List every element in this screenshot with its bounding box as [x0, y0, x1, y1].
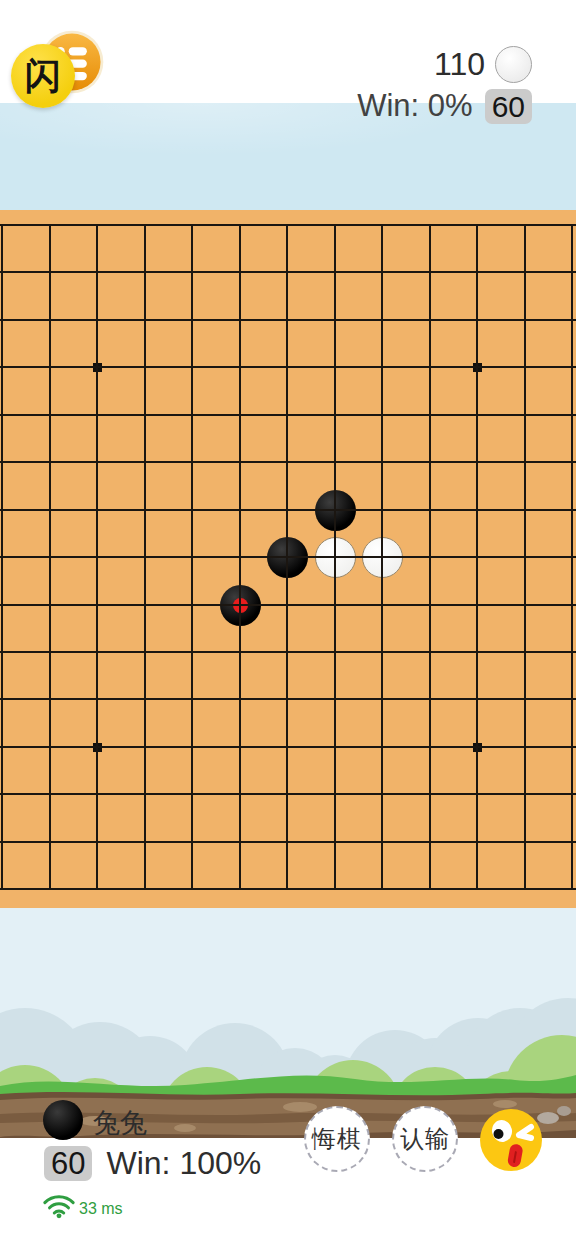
opponent-number: 110 — [434, 46, 485, 83]
board-lines — [0, 224, 576, 890]
emote-button[interactable] — [479, 1108, 543, 1172]
network-status: 33 ms — [42, 1190, 123, 1219]
resign-label: 认输 — [400, 1123, 450, 1155]
opponent-info: 110 Win: 0% 60 — [357, 46, 532, 124]
player-stats: 60 Win: 100% — [44, 1145, 261, 1182]
undo-label: 悔棋 — [312, 1123, 362, 1155]
player-win-rate: Win: 100% — [106, 1145, 261, 1182]
scenery-landscape — [0, 908, 576, 1138]
opponent-win-rate: Win: 0% — [357, 88, 472, 124]
undo-button[interactable]: 悔棋 — [304, 1106, 370, 1172]
flash-app-button[interactable]: 闪 — [11, 44, 75, 108]
player-black-stone-avatar — [43, 1100, 83, 1140]
resign-button[interactable]: 认输 — [392, 1106, 458, 1172]
flash-glyph: 闪 — [25, 52, 61, 101]
opponent-badge: 60 — [485, 89, 532, 124]
go-board[interactable] — [0, 210, 576, 908]
player-name: 兔兔 — [93, 1105, 147, 1141]
ping-value: 33 ms — [79, 1200, 123, 1218]
header-bar: 闪 110 Win: 0% 60 — [0, 0, 576, 103]
board-grid — [0, 210, 576, 908]
opponent-white-stone-icon — [495, 46, 532, 83]
wifi-icon — [42, 1190, 76, 1219]
player-badge: 60 — [44, 1146, 92, 1181]
wink-emoji-icon — [479, 1108, 543, 1172]
